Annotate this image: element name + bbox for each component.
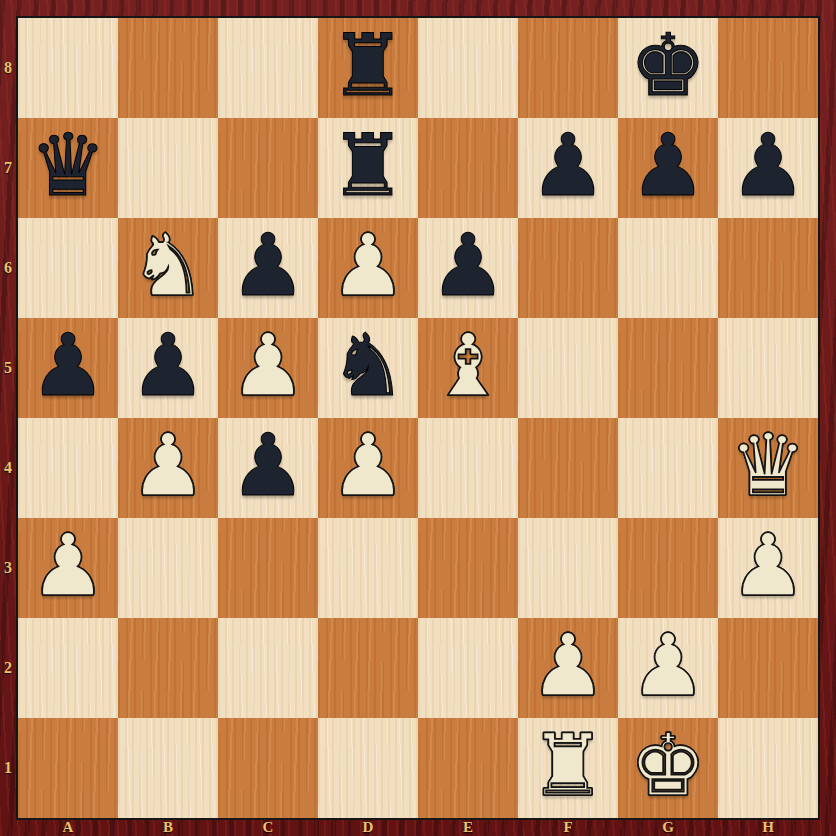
square-f6[interactable] bbox=[518, 218, 618, 318]
square-b3[interactable] bbox=[118, 518, 218, 618]
square-b6[interactable]: ♞ bbox=[118, 218, 218, 318]
square-c8[interactable] bbox=[218, 18, 318, 118]
piece-white-pawn-a3[interactable]: ♟ bbox=[29, 515, 106, 615]
file-label-c: C bbox=[218, 818, 318, 836]
square-e8[interactable] bbox=[418, 18, 518, 118]
square-a3[interactable]: ♟ bbox=[18, 518, 118, 618]
square-h8[interactable] bbox=[718, 18, 818, 118]
square-f4[interactable] bbox=[518, 418, 618, 518]
square-f1[interactable]: ♜ bbox=[518, 718, 618, 818]
rank-label-1: 1 bbox=[0, 718, 16, 818]
square-d8[interactable]: ♜ bbox=[318, 18, 418, 118]
square-c2[interactable] bbox=[218, 618, 318, 718]
square-b4[interactable]: ♟ bbox=[118, 418, 218, 518]
square-d4[interactable]: ♟ bbox=[318, 418, 418, 518]
square-c7[interactable] bbox=[218, 118, 318, 218]
square-d2[interactable] bbox=[318, 618, 418, 718]
square-d1[interactable] bbox=[318, 718, 418, 818]
square-e4[interactable] bbox=[418, 418, 518, 518]
rank-label-3: 3 bbox=[0, 518, 16, 618]
square-h5[interactable] bbox=[718, 318, 818, 418]
square-h6[interactable] bbox=[718, 218, 818, 318]
chess-board: ♜♚♛♜♟♟♟♞♟♟♟♟♟♟♞♝♟♟♟♛♟♟♟♟♜♚ bbox=[16, 16, 820, 820]
square-a1[interactable] bbox=[18, 718, 118, 818]
square-a4[interactable] bbox=[18, 418, 118, 518]
square-a7[interactable]: ♛ bbox=[18, 118, 118, 218]
square-h1[interactable] bbox=[718, 718, 818, 818]
piece-black-pawn-c6[interactable]: ♟ bbox=[229, 215, 306, 315]
square-b1[interactable] bbox=[118, 718, 218, 818]
piece-white-king-g1[interactable]: ♚ bbox=[629, 715, 706, 815]
file-label-a: A bbox=[18, 818, 118, 836]
square-d7[interactable]: ♜ bbox=[318, 118, 418, 218]
square-f8[interactable] bbox=[518, 18, 618, 118]
square-d3[interactable] bbox=[318, 518, 418, 618]
square-c5[interactable]: ♟ bbox=[218, 318, 318, 418]
square-g6[interactable] bbox=[618, 218, 718, 318]
piece-white-pawn-c5[interactable]: ♟ bbox=[229, 315, 306, 415]
square-f3[interactable] bbox=[518, 518, 618, 618]
square-f5[interactable] bbox=[518, 318, 618, 418]
square-c3[interactable] bbox=[218, 518, 318, 618]
piece-black-pawn-f7[interactable]: ♟ bbox=[529, 115, 606, 215]
square-g1[interactable]: ♚ bbox=[618, 718, 718, 818]
piece-black-knight-d5[interactable]: ♞ bbox=[329, 315, 406, 415]
board-frame: ♜♚♛♜♟♟♟♞♟♟♟♟♟♟♞♝♟♟♟♛♟♟♟♟♜♚ 87654321 ABCD… bbox=[0, 0, 836, 836]
square-c1[interactable] bbox=[218, 718, 318, 818]
square-a5[interactable]: ♟ bbox=[18, 318, 118, 418]
rank-label-4: 4 bbox=[0, 418, 16, 518]
square-a6[interactable] bbox=[18, 218, 118, 318]
rank-label-2: 2 bbox=[0, 618, 16, 718]
square-e3[interactable] bbox=[418, 518, 518, 618]
piece-white-queen-h4[interactable]: ♛ bbox=[729, 415, 806, 515]
square-f2[interactable]: ♟ bbox=[518, 618, 618, 718]
square-e1[interactable] bbox=[418, 718, 518, 818]
square-e7[interactable] bbox=[418, 118, 518, 218]
square-g8[interactable]: ♚ bbox=[618, 18, 718, 118]
square-h7[interactable]: ♟ bbox=[718, 118, 818, 218]
file-label-g: G bbox=[618, 818, 718, 836]
piece-white-bishop-e5[interactable]: ♝ bbox=[429, 315, 506, 415]
square-e5[interactable]: ♝ bbox=[418, 318, 518, 418]
file-label-f: F bbox=[518, 818, 618, 836]
square-d6[interactable]: ♟ bbox=[318, 218, 418, 318]
square-b5[interactable]: ♟ bbox=[118, 318, 218, 418]
square-b8[interactable] bbox=[118, 18, 218, 118]
square-b7[interactable] bbox=[118, 118, 218, 218]
square-h2[interactable] bbox=[718, 618, 818, 718]
square-e6[interactable]: ♟ bbox=[418, 218, 518, 318]
square-b2[interactable] bbox=[118, 618, 218, 718]
file-label-e: E bbox=[418, 818, 518, 836]
piece-white-pawn-h3[interactable]: ♟ bbox=[729, 515, 806, 615]
rank-label-8: 8 bbox=[0, 18, 16, 118]
piece-white-pawn-f2[interactable]: ♟ bbox=[529, 615, 606, 715]
square-g5[interactable] bbox=[618, 318, 718, 418]
square-g4[interactable] bbox=[618, 418, 718, 518]
piece-black-queen-a7[interactable]: ♛ bbox=[29, 115, 106, 215]
piece-black-rook-d7[interactable]: ♜ bbox=[329, 115, 406, 215]
rank-label-5: 5 bbox=[0, 318, 16, 418]
square-h4[interactable]: ♛ bbox=[718, 418, 818, 518]
square-c6[interactable]: ♟ bbox=[218, 218, 318, 318]
square-h3[interactable]: ♟ bbox=[718, 518, 818, 618]
piece-black-pawn-g7[interactable]: ♟ bbox=[629, 115, 706, 215]
piece-black-pawn-e6[interactable]: ♟ bbox=[429, 215, 506, 315]
piece-white-pawn-d4[interactable]: ♟ bbox=[329, 415, 406, 515]
piece-black-pawn-c4[interactable]: ♟ bbox=[229, 415, 306, 515]
piece-white-rook-f1[interactable]: ♜ bbox=[529, 715, 606, 815]
piece-black-rook-d8[interactable]: ♜ bbox=[329, 15, 406, 115]
piece-black-king-g8[interactable]: ♚ bbox=[629, 15, 706, 115]
piece-white-pawn-g2[interactable]: ♟ bbox=[629, 615, 706, 715]
piece-white-pawn-b4[interactable]: ♟ bbox=[129, 415, 206, 515]
file-label-h: H bbox=[718, 818, 818, 836]
square-c4[interactable]: ♟ bbox=[218, 418, 318, 518]
file-label-d: D bbox=[318, 818, 418, 836]
piece-white-knight-b6[interactable]: ♞ bbox=[129, 215, 206, 315]
piece-black-pawn-a5[interactable]: ♟ bbox=[29, 315, 106, 415]
square-g2[interactable]: ♟ bbox=[618, 618, 718, 718]
square-d5[interactable]: ♞ bbox=[318, 318, 418, 418]
piece-black-pawn-b5[interactable]: ♟ bbox=[129, 315, 206, 415]
square-g7[interactable]: ♟ bbox=[618, 118, 718, 218]
piece-black-pawn-h7[interactable]: ♟ bbox=[729, 115, 806, 215]
piece-white-pawn-d6[interactable]: ♟ bbox=[329, 215, 406, 315]
square-e2[interactable] bbox=[418, 618, 518, 718]
square-f7[interactable]: ♟ bbox=[518, 118, 618, 218]
square-g3[interactable] bbox=[618, 518, 718, 618]
file-label-b: B bbox=[118, 818, 218, 836]
square-a8[interactable] bbox=[18, 18, 118, 118]
rank-label-6: 6 bbox=[0, 218, 16, 318]
rank-label-7: 7 bbox=[0, 118, 16, 218]
square-a2[interactable] bbox=[18, 618, 118, 718]
